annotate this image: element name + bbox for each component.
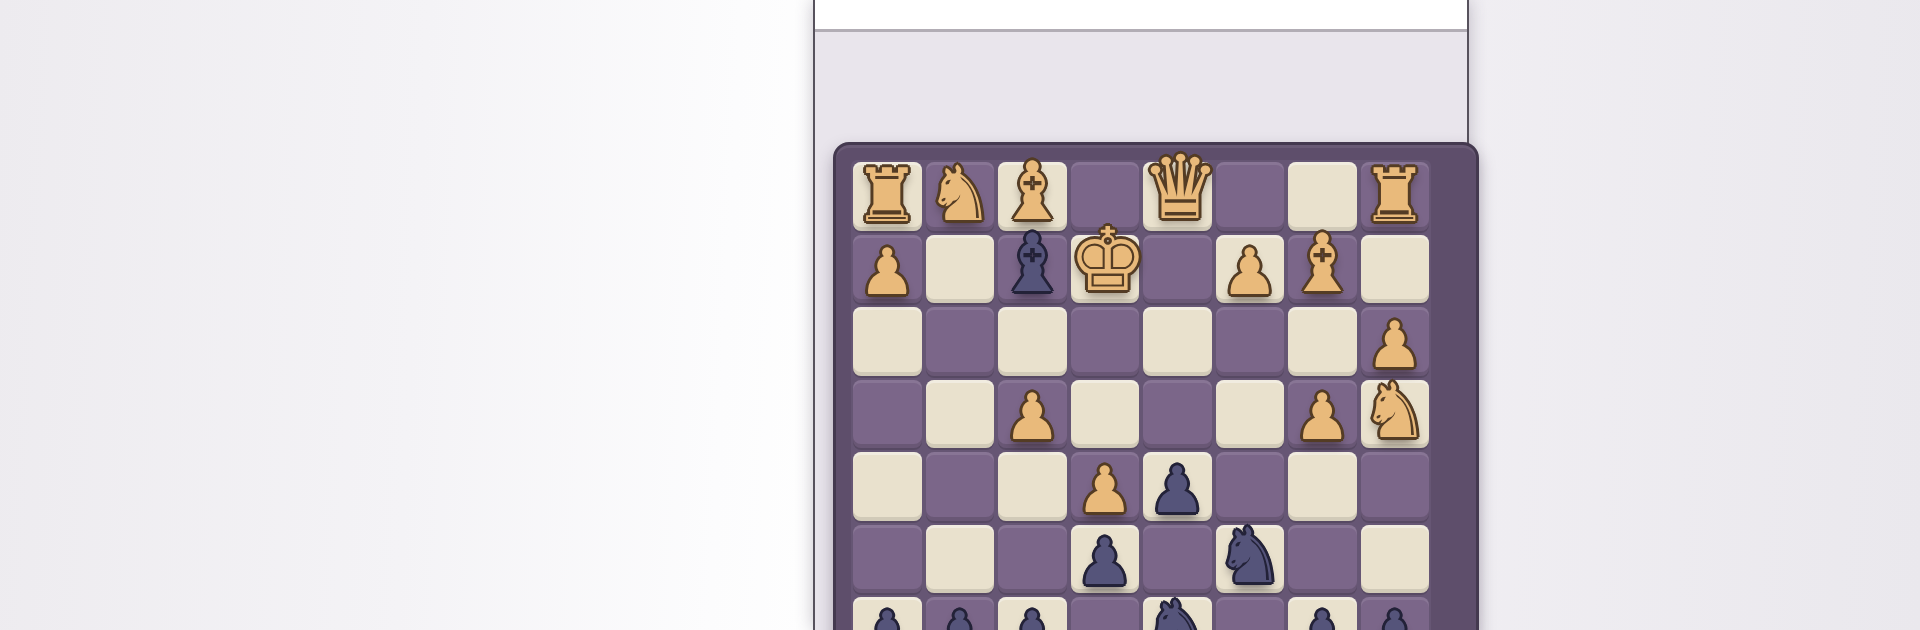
square-f6[interactable] bbox=[996, 523, 1069, 596]
square-e2[interactable]: ♚ bbox=[1069, 233, 1142, 306]
piece-black-pawn[interactable]: ♟ bbox=[1141, 458, 1214, 522]
piece-black-pawn[interactable]: ♟ bbox=[996, 603, 1069, 630]
square-g5[interactable] bbox=[924, 450, 997, 523]
square-b4[interactable]: ♟ bbox=[1286, 378, 1359, 451]
square-a2[interactable] bbox=[1359, 233, 1432, 306]
square-b5[interactable] bbox=[1286, 450, 1359, 523]
square-d3[interactable] bbox=[1141, 305, 1214, 378]
square-d4[interactable] bbox=[1141, 378, 1214, 451]
square-h6[interactable] bbox=[851, 523, 924, 596]
square-a6[interactable] bbox=[1359, 523, 1432, 596]
square-h3[interactable] bbox=[851, 305, 924, 378]
page-background: { "app": { "description": "mobile chess … bbox=[0, 0, 1920, 630]
square-g7[interactable]: ♟ bbox=[924, 595, 997, 630]
square-g4[interactable] bbox=[924, 378, 997, 451]
square-b2[interactable]: ♝ bbox=[1286, 233, 1359, 306]
piece-black-pawn[interactable]: ♟ bbox=[851, 603, 924, 630]
square-e4[interactable] bbox=[1069, 378, 1142, 451]
square-c7[interactable] bbox=[1214, 595, 1287, 630]
piece-white-bishop[interactable]: ♝ bbox=[1286, 224, 1359, 304]
square-f7[interactable]: ♟ bbox=[996, 595, 1069, 630]
piece-black-pawn[interactable]: ♟ bbox=[924, 603, 997, 630]
piece-black-bishop[interactable]: ♝ bbox=[996, 224, 1069, 304]
piece-black-knight[interactable]: ♞ bbox=[1214, 518, 1287, 594]
piece-white-pawn[interactable]: ♟ bbox=[851, 240, 924, 304]
square-e3[interactable] bbox=[1069, 305, 1142, 378]
square-a7[interactable]: ♟ bbox=[1359, 595, 1432, 630]
square-a4[interactable]: ♞ bbox=[1359, 378, 1432, 451]
piece-white-pawn[interactable]: ♟ bbox=[996, 385, 1069, 449]
square-c6[interactable]: ♞ bbox=[1214, 523, 1287, 596]
square-b7[interactable]: ♟ bbox=[1286, 595, 1359, 630]
square-h4[interactable] bbox=[851, 378, 924, 451]
square-g6[interactable] bbox=[924, 523, 997, 596]
piece-white-knight[interactable]: ♞ bbox=[1359, 373, 1432, 449]
square-e5[interactable]: ♟ bbox=[1069, 450, 1142, 523]
square-f5[interactable] bbox=[996, 450, 1069, 523]
piece-black-pawn[interactable]: ♟ bbox=[1069, 530, 1142, 594]
chess-board[interactable]: ♜♞♝♛♜♟♝♚♟♝♟♟♟♞♟♟♟♞♟♟♟♞♟♟ bbox=[851, 160, 1431, 630]
square-e6[interactable]: ♟ bbox=[1069, 523, 1142, 596]
panel-header bbox=[815, 0, 1467, 32]
square-g2[interactable] bbox=[924, 233, 997, 306]
square-a5[interactable] bbox=[1359, 450, 1432, 523]
piece-white-knight[interactable]: ♞ bbox=[924, 156, 997, 232]
square-d5[interactable]: ♟ bbox=[1141, 450, 1214, 523]
square-b6[interactable] bbox=[1286, 523, 1359, 596]
square-h2[interactable]: ♟ bbox=[851, 233, 924, 306]
chess-board-frame: ♜♞♝♛♜♟♝♚♟♝♟♟♟♞♟♟♟♞♟♟♟♞♟♟ bbox=[833, 142, 1479, 630]
square-h1[interactable]: ♜ bbox=[851, 160, 924, 233]
square-c4[interactable] bbox=[1214, 378, 1287, 451]
piece-white-rook[interactable]: ♜ bbox=[1359, 158, 1432, 232]
square-c3[interactable] bbox=[1214, 305, 1287, 378]
square-a1[interactable]: ♜ bbox=[1359, 160, 1432, 233]
piece-white-queen[interactable]: ♛ bbox=[1141, 144, 1214, 232]
square-c2[interactable]: ♟ bbox=[1214, 233, 1287, 306]
piece-black-pawn[interactable]: ♟ bbox=[1359, 603, 1432, 630]
piece-white-king[interactable]: ♚ bbox=[1069, 216, 1142, 304]
square-h5[interactable] bbox=[851, 450, 924, 523]
square-f2[interactable]: ♝ bbox=[996, 233, 1069, 306]
square-f3[interactable] bbox=[996, 305, 1069, 378]
square-g3[interactable] bbox=[924, 305, 997, 378]
square-h7[interactable]: ♟ bbox=[851, 595, 924, 630]
piece-white-pawn[interactable]: ♟ bbox=[1214, 240, 1287, 304]
square-b3[interactable] bbox=[1286, 305, 1359, 378]
square-d1[interactable]: ♛ bbox=[1141, 160, 1214, 233]
piece-white-pawn[interactable]: ♟ bbox=[1069, 458, 1142, 522]
piece-black-pawn[interactable]: ♟ bbox=[1286, 603, 1359, 630]
square-g1[interactable]: ♞ bbox=[924, 160, 997, 233]
app-panel: ♜♞♝♛♜♟♝♚♟♝♟♟♟♞♟♟♟♞♟♟♟♞♟♟ bbox=[813, 0, 1469, 630]
square-f4[interactable]: ♟ bbox=[996, 378, 1069, 451]
square-c1[interactable] bbox=[1214, 160, 1287, 233]
piece-white-rook[interactable]: ♜ bbox=[851, 158, 924, 232]
square-d2[interactable] bbox=[1141, 233, 1214, 306]
piece-black-knight[interactable]: ♞ bbox=[1141, 591, 1214, 630]
square-d7[interactable]: ♞ bbox=[1141, 595, 1214, 630]
square-e7[interactable] bbox=[1069, 595, 1142, 630]
piece-white-pawn[interactable]: ♟ bbox=[1286, 385, 1359, 449]
